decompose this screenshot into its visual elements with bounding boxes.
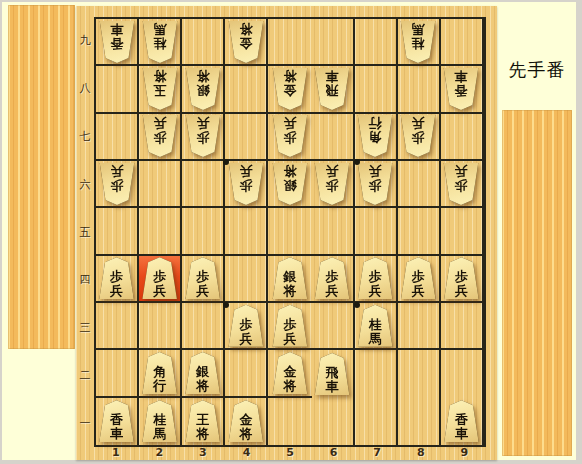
square-1九[interactable]: 香車	[96, 19, 139, 66]
piece-face: 香車	[443, 400, 479, 442]
piece-金将-gote[interactable]: 金将	[272, 352, 308, 394]
piece-face: 歩兵	[99, 163, 135, 205]
square-5一[interactable]	[268, 398, 311, 445]
rank-label-四: 四	[76, 256, 94, 304]
square-8九[interactable]: 桂馬	[398, 19, 441, 66]
piece-face: 桂馬	[142, 21, 178, 63]
square-8四[interactable]: 歩兵	[398, 256, 441, 303]
rank-label-九: 九	[76, 17, 94, 65]
piece-face: 金将	[272, 68, 308, 110]
square-7四[interactable]: 歩兵	[355, 256, 398, 303]
piece-金将-sente[interactable]: 金将	[228, 21, 264, 63]
file-label-5: 5	[268, 445, 312, 459]
square-8七[interactable]: 歩兵	[398, 114, 441, 161]
piece-face: 桂馬	[357, 305, 393, 347]
square-2二[interactable]: 角行	[139, 350, 182, 397]
piece-角行-sente[interactable]: 角行	[357, 115, 393, 157]
square-5七[interactable]: 歩兵	[268, 114, 311, 161]
app-content: 九八七六五四三二一 香車桂馬金将桂馬玉将銀将金将飛車香車歩兵歩兵歩兵角行歩兵歩兵…	[2, 2, 576, 460]
piece-face: 角行	[142, 352, 178, 394]
square-6二[interactable]: 飛車	[312, 350, 355, 397]
square-7一[interactable]	[355, 398, 398, 445]
square-2八[interactable]: 玉将	[139, 66, 182, 113]
piece-飛車-gote[interactable]: 飛車	[314, 353, 350, 395]
piece-face: 玉将	[142, 68, 178, 110]
piece-face: 歩兵	[272, 115, 308, 157]
square-4五[interactable]	[225, 208, 268, 255]
rank-label-八: 八	[76, 65, 94, 113]
hoshi-dot	[354, 302, 360, 308]
piece-face: 銀将	[185, 352, 221, 394]
square-9九[interactable]	[441, 19, 484, 66]
square-6三[interactable]	[312, 303, 355, 350]
square-8八[interactable]	[398, 66, 441, 113]
piece-face: 歩兵	[357, 163, 393, 205]
square-8六[interactable]	[398, 161, 441, 208]
square-2九[interactable]: 桂馬	[139, 19, 182, 66]
piece-face: 歩兵	[185, 115, 221, 157]
square-7五[interactable]	[355, 208, 398, 255]
rank-label-一: 一	[76, 399, 94, 447]
piece-face: 歩兵	[142, 115, 178, 157]
piece-face: 香車	[99, 400, 135, 442]
piece-face: 桂馬	[142, 400, 178, 442]
piece-歩兵-sente[interactable]: 歩兵	[314, 163, 350, 205]
piece-歩兵-sente[interactable]: 歩兵	[99, 163, 135, 205]
piece-歩兵-sente[interactable]: 歩兵	[228, 163, 264, 205]
square-7八[interactable]	[355, 66, 398, 113]
file-label-4: 4	[225, 445, 269, 459]
piece-歩兵-sente[interactable]: 歩兵	[185, 115, 221, 157]
square-2六[interactable]	[139, 161, 182, 208]
piece-face: 銀将	[272, 163, 308, 205]
square-3六[interactable]	[182, 161, 225, 208]
square-9一[interactable]: 香車	[441, 398, 484, 445]
rank-label-七: 七	[76, 113, 94, 161]
square-9五[interactable]	[441, 208, 484, 255]
piece-歩兵-sente[interactable]: 歩兵	[443, 163, 479, 205]
piece-face: 歩兵	[400, 115, 436, 157]
square-4七[interactable]	[225, 114, 268, 161]
square-4一[interactable]: 金将	[225, 398, 268, 445]
square-5四[interactable]: 銀将	[268, 256, 311, 303]
square-1二[interactable]	[96, 350, 139, 397]
square-2五[interactable]	[139, 208, 182, 255]
rank-label-六: 六	[76, 160, 94, 208]
piece-玉将-sente[interactable]: 玉将	[142, 68, 178, 110]
file-label-7: 7	[355, 445, 399, 459]
piece-銀将-sente[interactable]: 銀将	[185, 68, 221, 110]
square-3二[interactable]: 銀将	[182, 350, 225, 397]
file-label-8: 8	[399, 445, 443, 459]
file-labels: 123456789	[94, 445, 486, 459]
piece-桂馬-sente[interactable]: 桂馬	[400, 21, 436, 63]
square-9七[interactable]	[441, 114, 484, 161]
piece-face: 歩兵	[228, 305, 264, 347]
piece-香車-sente[interactable]: 香車	[99, 21, 135, 63]
piece-歩兵-gote[interactable]: 歩兵	[272, 305, 308, 347]
square-1三[interactable]	[96, 303, 139, 350]
piece-香車-gote[interactable]: 香車	[99, 400, 135, 442]
square-5五[interactable]	[268, 208, 311, 255]
piece-face: 歩兵	[228, 163, 264, 205]
piece-飛車-sente[interactable]: 飛車	[314, 68, 350, 110]
square-6五[interactable]	[312, 208, 355, 255]
shogi-app-window: 九八七六五四三二一 香車桂馬金将桂馬玉将銀将金将飛車香車歩兵歩兵歩兵角行歩兵歩兵…	[0, 0, 582, 464]
square-1六[interactable]: 歩兵	[96, 161, 139, 208]
piece-face: 歩兵	[99, 257, 135, 299]
piece-角行-gote[interactable]: 角行	[142, 352, 178, 394]
square-6六[interactable]: 歩兵	[312, 161, 355, 208]
square-9六[interactable]: 歩兵	[441, 161, 484, 208]
piece-歩兵-gote[interactable]: 歩兵	[99, 257, 135, 299]
turn-indicator: 先手番	[498, 58, 576, 82]
square-7二[interactable]	[355, 350, 398, 397]
piece-桂馬-gote[interactable]: 桂馬	[357, 305, 393, 347]
piece-香車-gote[interactable]: 香車	[443, 400, 479, 442]
square-3五[interactable]	[182, 208, 225, 255]
square-5六[interactable]: 銀将	[268, 161, 311, 208]
piece-face: 歩兵	[314, 163, 350, 205]
file-label-3: 3	[181, 445, 225, 459]
piece-銀将-gote[interactable]: 銀将	[185, 352, 221, 394]
square-4九[interactable]: 金将	[225, 19, 268, 66]
square-3四[interactable]: 歩兵	[182, 256, 225, 303]
piece-face: 香車	[443, 68, 479, 110]
piece-face: 桂馬	[400, 21, 436, 63]
piece-face: 香車	[99, 21, 135, 63]
square-9二[interactable]	[441, 350, 484, 397]
square-4八[interactable]	[225, 66, 268, 113]
square-1一[interactable]: 香車	[96, 398, 139, 445]
square-5二[interactable]: 金将	[268, 350, 311, 397]
square-2七[interactable]: 歩兵	[139, 114, 182, 161]
piece-歩兵-gote[interactable]: 歩兵	[142, 257, 178, 299]
file-label-1: 1	[94, 445, 138, 459]
square-3一[interactable]: 王将	[182, 398, 225, 445]
piece-銀将-sente[interactable]: 銀将	[272, 163, 308, 205]
hoshi-dot	[223, 302, 229, 308]
square-4二[interactable]	[225, 350, 268, 397]
piece-face: 歩兵	[400, 257, 436, 299]
file-label-2: 2	[138, 445, 182, 459]
piece-face: 歩兵	[443, 163, 479, 205]
square-7七[interactable]: 角行	[355, 114, 398, 161]
piece-香車-sente[interactable]: 香車	[443, 68, 479, 110]
square-3三[interactable]	[182, 303, 225, 350]
piece-face: 歩兵	[443, 257, 479, 299]
piece-歩兵-gote[interactable]: 歩兵	[443, 257, 479, 299]
piece-歩兵-gote[interactable]: 歩兵	[357, 257, 393, 299]
square-9三[interactable]	[441, 303, 484, 350]
square-4六[interactable]: 歩兵	[225, 161, 268, 208]
square-7三[interactable]: 桂馬	[355, 303, 398, 350]
piece-face: 王将	[185, 400, 221, 442]
square-5八[interactable]: 金将	[268, 66, 311, 113]
square-1七[interactable]	[96, 114, 139, 161]
square-8三[interactable]	[398, 303, 441, 350]
piece-銀将-gote[interactable]: 銀将	[272, 257, 308, 299]
piece-face: 飛車	[314, 353, 350, 395]
piece-face: 飛車	[314, 68, 350, 110]
piece-桂馬-sente[interactable]: 桂馬	[142, 21, 178, 63]
square-2四[interactable]: 歩兵	[139, 256, 182, 303]
square-9八[interactable]: 香車	[441, 66, 484, 113]
piece-face: 金将	[228, 21, 264, 63]
komadai-top-player	[8, 5, 75, 349]
square-6八[interactable]: 飛車	[312, 66, 355, 113]
square-6一[interactable]	[312, 398, 355, 445]
square-6九[interactable]	[312, 19, 355, 66]
piece-face: 歩兵	[185, 257, 221, 299]
square-2三[interactable]	[139, 303, 182, 350]
square-4三[interactable]: 歩兵	[225, 303, 268, 350]
square-1八[interactable]	[96, 66, 139, 113]
piece-桂馬-gote[interactable]: 桂馬	[142, 400, 178, 442]
piece-金将-sente[interactable]: 金将	[272, 68, 308, 110]
piece-歩兵-gote[interactable]: 歩兵	[185, 257, 221, 299]
file-label-9: 9	[443, 445, 487, 459]
square-7六[interactable]: 歩兵	[355, 161, 398, 208]
piece-face: 歩兵	[357, 257, 393, 299]
shogi-board: 九八七六五四三二一 香車桂馬金将桂馬玉将銀将金将飛車香車歩兵歩兵歩兵角行歩兵歩兵…	[76, 6, 497, 460]
piece-face: 銀将	[272, 257, 308, 299]
file-label-6: 6	[312, 445, 356, 459]
square-7九[interactable]	[355, 19, 398, 66]
piece-face: 歩兵	[142, 257, 178, 299]
square-8五[interactable]	[398, 208, 441, 255]
square-1四[interactable]: 歩兵	[96, 256, 139, 303]
piece-歩兵-sente[interactable]: 歩兵	[272, 115, 308, 157]
square-9四[interactable]: 歩兵	[441, 256, 484, 303]
right-panel: 先手番	[498, 2, 576, 460]
square-8一[interactable]	[398, 398, 441, 445]
piece-王将-gote[interactable]: 王将	[185, 400, 221, 442]
piece-歩兵-gote[interactable]: 歩兵	[314, 257, 350, 299]
piece-face: 歩兵	[314, 257, 350, 299]
square-1五[interactable]	[96, 208, 139, 255]
hoshi-dot	[354, 159, 360, 165]
piece-歩兵-sente[interactable]: 歩兵	[357, 163, 393, 205]
square-6四[interactable]: 歩兵	[312, 256, 355, 303]
square-8二[interactable]	[398, 350, 441, 397]
piece-歩兵-gote[interactable]: 歩兵	[400, 257, 436, 299]
square-3九[interactable]	[182, 19, 225, 66]
square-3七[interactable]: 歩兵	[182, 114, 225, 161]
square-5九[interactable]	[268, 19, 311, 66]
piece-face: 金将	[228, 400, 264, 442]
rank-label-二: 二	[76, 351, 94, 399]
rank-label-五: 五	[76, 208, 94, 256]
rank-labels: 九八七六五四三二一	[76, 17, 94, 447]
rank-label-三: 三	[76, 304, 94, 352]
square-5三[interactable]: 歩兵	[268, 303, 311, 350]
piece-歩兵-sente[interactable]: 歩兵	[400, 115, 436, 157]
board-grid: 香車桂馬金将桂馬玉将銀将金将飛車香車歩兵歩兵歩兵角行歩兵歩兵歩兵銀将歩兵歩兵歩兵…	[94, 17, 486, 447]
piece-face: 歩兵	[272, 305, 308, 347]
piece-歩兵-gote[interactable]: 歩兵	[228, 305, 264, 347]
square-6七[interactable]	[312, 114, 355, 161]
square-4四[interactable]	[225, 256, 268, 303]
piece-歩兵-sente[interactable]: 歩兵	[142, 115, 178, 157]
piece-face: 銀将	[185, 68, 221, 110]
square-2一[interactable]: 桂馬	[139, 398, 182, 445]
piece-face: 金将	[272, 352, 308, 394]
square-3八[interactable]: 銀将	[182, 66, 225, 113]
komadai-bottom-player	[502, 110, 572, 456]
hoshi-dot	[223, 159, 229, 165]
piece-face: 角行	[357, 115, 393, 157]
piece-金将-gote[interactable]: 金将	[228, 400, 264, 442]
